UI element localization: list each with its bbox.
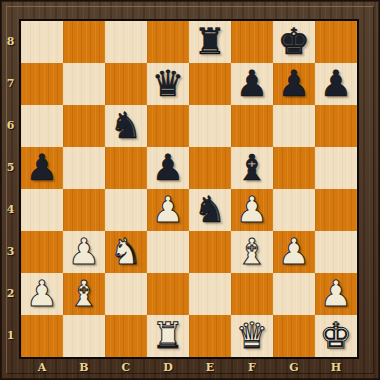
rank-label-4: 4 <box>0 189 21 231</box>
piece-black-rook-e8[interactable]: ♜ <box>189 21 231 63</box>
square-b2[interactable]: ♝ <box>63 273 105 315</box>
square-g6[interactable] <box>273 105 315 147</box>
piece-white-rook-d1[interactable]: ♜ <box>147 315 189 357</box>
square-g2[interactable] <box>273 273 315 315</box>
square-a4[interactable] <box>21 189 63 231</box>
rank-label-3: 3 <box>0 231 21 273</box>
square-a2[interactable]: ♟ <box>21 273 63 315</box>
chess-board: ♜♚♛♟♟♟♞♟♟♝♟♞♟♟♞♝♟♟♝♟♜♛♚ <box>21 21 357 357</box>
square-e1[interactable] <box>189 315 231 357</box>
square-f8[interactable] <box>231 21 273 63</box>
piece-black-bishop-f5[interactable]: ♝ <box>231 147 273 189</box>
square-f1[interactable]: ♛ <box>231 315 273 357</box>
piece-white-king-h1[interactable]: ♚ <box>315 315 357 357</box>
square-g7[interactable]: ♟ <box>273 63 315 105</box>
square-a8[interactable] <box>21 21 63 63</box>
piece-black-pawn-d5[interactable]: ♟ <box>147 147 189 189</box>
rank-label-8: 8 <box>0 21 21 63</box>
piece-white-queen-f1[interactable]: ♛ <box>231 315 273 357</box>
square-a1[interactable] <box>21 315 63 357</box>
square-h6[interactable] <box>315 105 357 147</box>
piece-white-pawn-a2[interactable]: ♟ <box>21 273 63 315</box>
square-g3[interactable]: ♟ <box>273 231 315 273</box>
piece-black-pawn-a5[interactable]: ♟ <box>21 147 63 189</box>
square-d8[interactable] <box>147 21 189 63</box>
file-label-b: B <box>63 357 105 380</box>
file-label-d: D <box>147 357 189 380</box>
square-h1[interactable]: ♚ <box>315 315 357 357</box>
file-label-f: F <box>231 357 273 380</box>
square-f2[interactable] <box>231 273 273 315</box>
square-e7[interactable] <box>189 63 231 105</box>
piece-black-knight-e4[interactable]: ♞ <box>189 189 231 231</box>
square-b4[interactable] <box>63 189 105 231</box>
square-h2[interactable]: ♟ <box>315 273 357 315</box>
piece-white-pawn-f4[interactable]: ♟ <box>231 189 273 231</box>
square-f7[interactable]: ♟ <box>231 63 273 105</box>
square-g5[interactable] <box>273 147 315 189</box>
square-b8[interactable] <box>63 21 105 63</box>
square-b5[interactable] <box>63 147 105 189</box>
square-h7[interactable]: ♟ <box>315 63 357 105</box>
square-b3[interactable]: ♟ <box>63 231 105 273</box>
square-e4[interactable]: ♞ <box>189 189 231 231</box>
square-c2[interactable] <box>105 273 147 315</box>
file-label-h: H <box>315 357 357 380</box>
square-g1[interactable] <box>273 315 315 357</box>
square-g4[interactable] <box>273 189 315 231</box>
square-b6[interactable] <box>63 105 105 147</box>
rank-label-2: 2 <box>0 273 21 315</box>
square-c4[interactable] <box>105 189 147 231</box>
square-c3[interactable]: ♞ <box>105 231 147 273</box>
piece-white-pawn-b3[interactable]: ♟ <box>63 231 105 273</box>
square-e8[interactable]: ♜ <box>189 21 231 63</box>
square-e5[interactable] <box>189 147 231 189</box>
square-g8[interactable]: ♚ <box>273 21 315 63</box>
file-label-g: G <box>273 357 315 380</box>
square-e2[interactable] <box>189 273 231 315</box>
piece-black-king-g8[interactable]: ♚ <box>273 21 315 63</box>
square-d2[interactable] <box>147 273 189 315</box>
piece-white-bishop-b2[interactable]: ♝ <box>63 273 105 315</box>
square-h3[interactable] <box>315 231 357 273</box>
piece-white-pawn-g3[interactable]: ♟ <box>273 231 315 273</box>
rank-label-1: 1 <box>0 315 21 357</box>
square-c7[interactable] <box>105 63 147 105</box>
piece-white-pawn-d4[interactable]: ♟ <box>147 189 189 231</box>
square-f6[interactable] <box>231 105 273 147</box>
square-d1[interactable]: ♜ <box>147 315 189 357</box>
piece-black-queen-d7[interactable]: ♛ <box>147 63 189 105</box>
square-c8[interactable] <box>105 21 147 63</box>
piece-black-pawn-f7[interactable]: ♟ <box>231 63 273 105</box>
piece-white-bishop-f3[interactable]: ♝ <box>231 231 273 273</box>
file-label-a: A <box>21 357 63 380</box>
piece-white-pawn-h2[interactable]: ♟ <box>315 273 357 315</box>
piece-black-pawn-g7[interactable]: ♟ <box>273 63 315 105</box>
file-label-e: E <box>189 357 231 380</box>
square-f3[interactable]: ♝ <box>231 231 273 273</box>
square-c1[interactable] <box>105 315 147 357</box>
piece-black-knight-c6[interactable]: ♞ <box>105 105 147 147</box>
square-f5[interactable]: ♝ <box>231 147 273 189</box>
square-d6[interactable] <box>147 105 189 147</box>
square-a3[interactable] <box>21 231 63 273</box>
square-d4[interactable]: ♟ <box>147 189 189 231</box>
rank-label-5: 5 <box>0 147 21 189</box>
square-h5[interactable] <box>315 147 357 189</box>
square-d3[interactable] <box>147 231 189 273</box>
square-a6[interactable] <box>21 105 63 147</box>
square-c6[interactable]: ♞ <box>105 105 147 147</box>
square-d5[interactable]: ♟ <box>147 147 189 189</box>
square-b7[interactable] <box>63 63 105 105</box>
square-h8[interactable] <box>315 21 357 63</box>
file-label-c: C <box>105 357 147 380</box>
square-a7[interactable] <box>21 63 63 105</box>
chess-board-frame: ♜♚♛♟♟♟♞♟♟♝♟♞♟♟♞♝♟♟♝♟♜♛♚ 87654321ABCDEFGH <box>0 0 380 380</box>
square-e3[interactable] <box>189 231 231 273</box>
piece-black-pawn-h7[interactable]: ♟ <box>315 63 357 105</box>
square-c5[interactable] <box>105 147 147 189</box>
square-e6[interactable] <box>189 105 231 147</box>
piece-white-knight-c3[interactable]: ♞ <box>105 231 147 273</box>
square-h4[interactable] <box>315 189 357 231</box>
square-d7[interactable]: ♛ <box>147 63 189 105</box>
square-b1[interactable] <box>63 315 105 357</box>
rank-label-7: 7 <box>0 63 21 105</box>
square-f4[interactable]: ♟ <box>231 189 273 231</box>
rank-label-6: 6 <box>0 105 21 147</box>
square-a5[interactable]: ♟ <box>21 147 63 189</box>
